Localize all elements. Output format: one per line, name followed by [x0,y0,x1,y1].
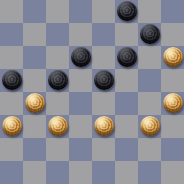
square-d6[interactable] [69,46,92,69]
square-d5[interactable] [69,69,92,92]
square-h6[interactable] [161,46,184,69]
square-f1[interactable] [115,161,138,184]
square-f3[interactable] [115,115,138,138]
square-e5[interactable] [92,69,115,92]
square-e2[interactable] [92,138,115,161]
square-e1[interactable] [92,161,115,184]
checker-black[interactable] [94,70,114,90]
checker-black[interactable] [71,47,91,67]
checker-black[interactable] [140,24,160,44]
checker-black[interactable] [2,70,22,90]
square-c4[interactable] [46,92,69,115]
square-a1[interactable] [0,161,23,184]
square-b1[interactable] [23,161,46,184]
square-b5[interactable] [23,69,46,92]
square-b8[interactable] [23,0,46,23]
square-b4[interactable] [23,92,46,115]
square-a4[interactable] [0,92,23,115]
square-a7[interactable] [0,23,23,46]
checker-white[interactable] [140,116,160,136]
square-a6[interactable] [0,46,23,69]
square-g4[interactable] [138,92,161,115]
square-c5[interactable] [46,69,69,92]
checkers-board [0,0,184,184]
checker-white[interactable] [163,93,183,113]
square-c1[interactable] [46,161,69,184]
square-e4[interactable] [92,92,115,115]
square-c2[interactable] [46,138,69,161]
square-f8[interactable] [115,0,138,23]
square-d7[interactable] [69,23,92,46]
square-a5[interactable] [0,69,23,92]
square-g1[interactable] [138,161,161,184]
checker-white[interactable] [48,116,68,136]
square-g8[interactable] [138,0,161,23]
checker-black[interactable] [117,47,137,67]
square-h4[interactable] [161,92,184,115]
square-h8[interactable] [161,0,184,23]
checker-white[interactable] [163,47,183,67]
square-d8[interactable] [69,0,92,23]
square-g3[interactable] [138,115,161,138]
square-g7[interactable] [138,23,161,46]
square-b6[interactable] [23,46,46,69]
square-b3[interactable] [23,115,46,138]
checker-black[interactable] [117,1,137,21]
square-e6[interactable] [92,46,115,69]
square-c6[interactable] [46,46,69,69]
square-c7[interactable] [46,23,69,46]
square-d4[interactable] [69,92,92,115]
square-e7[interactable] [92,23,115,46]
square-d1[interactable] [69,161,92,184]
checker-white[interactable] [2,116,22,136]
square-e8[interactable] [92,0,115,23]
square-g5[interactable] [138,69,161,92]
square-a2[interactable] [0,138,23,161]
square-h5[interactable] [161,69,184,92]
square-h3[interactable] [161,115,184,138]
square-e3[interactable] [92,115,115,138]
square-c3[interactable] [46,115,69,138]
square-b7[interactable] [23,23,46,46]
square-d3[interactable] [69,115,92,138]
square-f5[interactable] [115,69,138,92]
square-f4[interactable] [115,92,138,115]
square-h7[interactable] [161,23,184,46]
square-f7[interactable] [115,23,138,46]
square-f6[interactable] [115,46,138,69]
square-g2[interactable] [138,138,161,161]
checker-black[interactable] [48,70,68,90]
checker-white[interactable] [25,93,45,113]
square-g6[interactable] [138,46,161,69]
square-a3[interactable] [0,115,23,138]
square-h1[interactable] [161,161,184,184]
square-b2[interactable] [23,138,46,161]
checker-white[interactable] [94,116,114,136]
square-a8[interactable] [0,0,23,23]
square-f2[interactable] [115,138,138,161]
square-h2[interactable] [161,138,184,161]
square-c8[interactable] [46,0,69,23]
square-d2[interactable] [69,138,92,161]
